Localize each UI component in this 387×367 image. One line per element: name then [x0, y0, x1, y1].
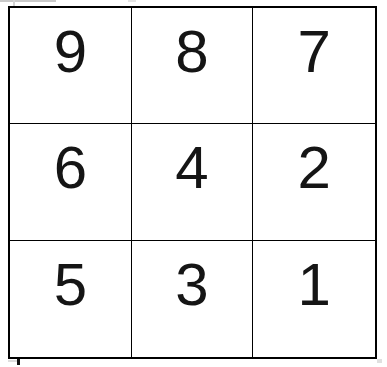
screen-artifact-bottom-right-dot	[377, 359, 382, 363]
grid-cell-r2c1[interactable]: 6	[10, 124, 132, 240]
page-background: 9 8 7 6 4 2 5 3 1	[0, 0, 387, 367]
screen-artifact-top-gray-line	[0, 0, 56, 2]
screen-artifact-bottom-black-tick	[17, 359, 20, 365]
grid-cell-r2c2[interactable]: 4	[132, 124, 254, 240]
grid-cell-r1c3[interactable]: 7	[253, 8, 375, 124]
grid-cell-r3c3[interactable]: 1	[253, 241, 375, 357]
screen-artifact-top-left-tick	[13, 0, 15, 6]
cell-digit: 7	[297, 22, 330, 82]
grid-cell-r3c1[interactable]: 5	[10, 241, 132, 357]
grid-cell-r2c3[interactable]: 2	[253, 124, 375, 240]
cell-digit: 3	[175, 255, 208, 315]
grid-cell-r3c2[interactable]: 3	[132, 241, 254, 357]
cell-digit: 8	[175, 22, 208, 82]
cell-digit: 4	[175, 138, 208, 198]
screen-artifact-top-column-dot	[128, 0, 136, 2]
cell-digit: 1	[297, 255, 330, 315]
grid-cell-r1c1[interactable]: 9	[10, 8, 132, 124]
cell-digit: 6	[54, 138, 87, 198]
cell-digit: 5	[54, 255, 87, 315]
cell-digit: 2	[297, 138, 330, 198]
cell-digit: 9	[54, 22, 87, 82]
grid-cell-r1c2[interactable]: 8	[132, 8, 254, 124]
puzzle-board: 9 8 7 6 4 2 5 3 1	[8, 6, 377, 359]
